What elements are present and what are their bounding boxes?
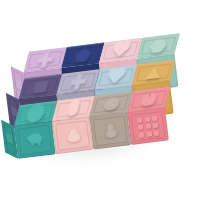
flower-shape [27, 105, 45, 121]
block-front-face [127, 108, 169, 145]
front-frame [93, 116, 128, 147]
front-frame [130, 111, 165, 142]
block-teal [12, 102, 56, 159]
cross-shape [69, 73, 88, 90]
capsule-shape [66, 101, 80, 117]
pentagon-shape [73, 47, 93, 62]
triangle-shape [144, 65, 163, 79]
circle-shape [102, 97, 120, 111]
blocks-assembly [5, 34, 185, 159]
block-front-face [52, 117, 94, 154]
front-frame [17, 125, 52, 156]
block-front-face [14, 121, 56, 158]
sensory-dots-emboss [137, 115, 159, 137]
product-photo-scene [0, 0, 200, 200]
block-blush [49, 97, 93, 154]
block-coral [125, 88, 169, 145]
square-shape [32, 80, 48, 93]
squirrel-emboss [99, 119, 122, 142]
heart-shape [115, 46, 127, 55]
hexagon-shape [148, 38, 169, 54]
block-front-face [89, 112, 131, 149]
bird-emboss [61, 124, 84, 147]
elephant-emboss [23, 128, 46, 151]
front-frame [55, 120, 90, 151]
heart-shape [110, 73, 122, 82]
apple-shape [140, 92, 157, 106]
block-taupe [87, 92, 131, 149]
cross-shape [36, 51, 55, 68]
